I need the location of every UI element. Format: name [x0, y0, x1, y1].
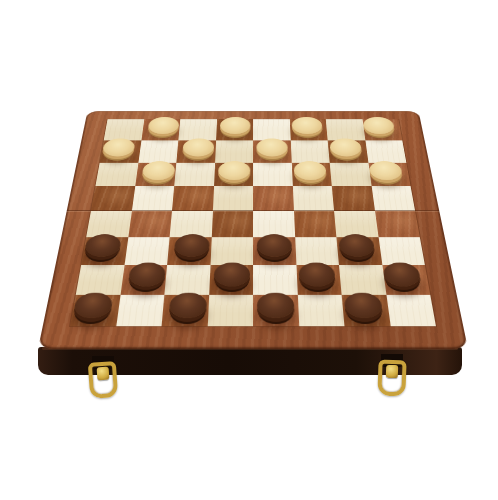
square-r6c7: [336, 237, 381, 265]
square-r6c4: [210, 237, 253, 265]
square-r1c5: [253, 119, 290, 140]
square-r2c7: [328, 140, 368, 162]
square-r1c3: [178, 119, 216, 140]
square-r3c6: [291, 163, 331, 186]
dark-piece: [214, 263, 250, 287]
square-r7c7: [339, 265, 386, 295]
square-r7c5: [253, 265, 297, 295]
square-r6c2: [124, 237, 169, 265]
square-r8c6: [297, 295, 344, 327]
latch-right: [375, 348, 409, 400]
square-r8c5: [253, 295, 299, 327]
latch-left: [86, 350, 120, 402]
square-r5c6: [294, 211, 337, 237]
dark-piece: [257, 293, 295, 319]
dark-piece: [83, 234, 121, 257]
square-r5c4: [211, 211, 253, 237]
square-r2c1: [100, 140, 141, 162]
square-r8c8: [386, 295, 436, 327]
square-r3c3: [174, 163, 214, 186]
dark-piece: [168, 293, 207, 319]
light-piece: [256, 138, 288, 156]
square-r2c2: [138, 140, 178, 162]
dark-piece: [257, 234, 292, 257]
square-r8c3: [162, 295, 209, 327]
square-r7c3: [164, 265, 210, 295]
square-r2c8: [365, 140, 406, 162]
square-r4c4: [212, 186, 253, 211]
square-r1c7: [326, 119, 365, 140]
latch-right-knob-icon: [386, 365, 398, 378]
square-r8c2: [116, 295, 165, 327]
square-r1c1: [104, 119, 144, 140]
light-piece: [142, 161, 176, 180]
square-r3c2: [135, 163, 177, 186]
light-piece: [218, 161, 250, 180]
square-r1c6: [289, 119, 327, 140]
square-r6c1: [81, 237, 128, 265]
dark-piece: [128, 263, 167, 287]
square-r3c8: [368, 163, 411, 186]
square-r7c6: [296, 265, 342, 295]
board-grid: [70, 119, 436, 326]
square-r3c7: [330, 163, 372, 186]
dark-piece: [343, 293, 383, 319]
square-r1c4: [216, 119, 253, 140]
square-r7c2: [120, 265, 167, 295]
square-r7c4: [209, 265, 253, 295]
light-piece: [329, 138, 362, 156]
square-r4c7: [332, 186, 375, 211]
light-piece: [368, 161, 403, 180]
square-r7c1: [76, 265, 124, 295]
square-r6c6: [295, 237, 339, 265]
square-r2c3: [176, 140, 215, 162]
square-r2c4: [215, 140, 253, 162]
light-piece: [362, 117, 395, 134]
product-photo-scene: [0, 0, 498, 500]
square-r4c3: [172, 186, 214, 211]
dark-piece: [382, 263, 422, 287]
dark-piece: [299, 263, 337, 287]
square-r5c1: [86, 211, 131, 237]
square-r4c1: [91, 186, 135, 211]
square-r3c1: [95, 163, 138, 186]
square-r3c5: [253, 163, 292, 186]
checkers-board: [38, 111, 468, 349]
square-r8c1: [70, 295, 120, 327]
square-r6c3: [167, 237, 211, 265]
square-r8c7: [342, 295, 391, 327]
light-piece: [220, 117, 251, 134]
square-r5c2: [128, 211, 172, 237]
square-r4c2: [131, 186, 174, 211]
square-r6c8: [378, 237, 425, 265]
light-piece: [292, 117, 323, 134]
square-r4c8: [371, 186, 415, 211]
square-r4c6: [292, 186, 334, 211]
square-r2c6: [290, 140, 329, 162]
dark-piece: [173, 234, 209, 257]
square-r8c4: [207, 295, 253, 327]
square-r4c5: [253, 186, 294, 211]
square-r2c5: [253, 140, 291, 162]
square-r7c8: [382, 265, 430, 295]
square-r5c8: [375, 211, 420, 237]
square-r6c5: [253, 237, 296, 265]
square-r1c8: [362, 119, 402, 140]
square-r3c4: [214, 163, 253, 186]
dark-piece: [72, 293, 113, 319]
light-piece: [101, 138, 135, 156]
light-piece: [182, 138, 214, 156]
light-piece: [294, 161, 327, 180]
light-piece: [148, 117, 180, 134]
fold-seam: [67, 210, 440, 211]
latch-left-knob-icon: [97, 367, 110, 381]
dark-piece: [338, 234, 375, 257]
square-r1c2: [141, 119, 180, 140]
